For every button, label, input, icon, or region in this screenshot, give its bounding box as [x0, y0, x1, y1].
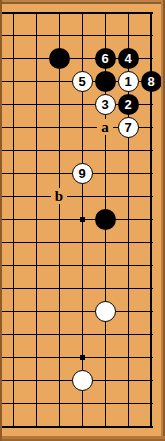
board-frame-top: [0, 0, 165, 4]
stone-white-1: 1: [118, 71, 139, 92]
stone-black-2: 2: [118, 94, 139, 115]
stone-white-3: 3: [95, 94, 116, 115]
point-label-b: b: [51, 188, 67, 204]
stone-black: [95, 209, 116, 230]
stone-white-7: 7: [118, 117, 139, 138]
stone-white: [72, 370, 93, 391]
point-label-a: a: [97, 119, 113, 135]
stone-white-9: 9: [72, 163, 93, 184]
board-frame-right: [161, 0, 165, 441]
stone-white: [95, 301, 116, 322]
stone-black-6: 6: [95, 48, 116, 69]
stone-black-4: 4: [118, 48, 139, 69]
stone-black: [95, 71, 116, 92]
stone-white-5: 5: [72, 71, 93, 92]
board-frame-left: [0, 0, 2, 441]
stone-grid: 645183279ab: [2, 1, 163, 438]
stone-black: [49, 48, 70, 69]
board-frame-bottom: [0, 436, 165, 441]
go-diagram: 645183279ab: [0, 0, 165, 441]
stone-black-8: 8: [141, 71, 162, 92]
